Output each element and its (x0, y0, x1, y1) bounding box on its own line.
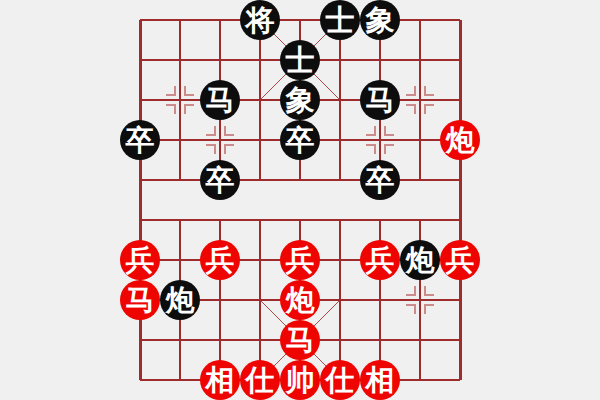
piece-black-cannon[interactable]: 炮 (160, 280, 200, 320)
piece-black-soldier[interactable]: 卒 (120, 120, 160, 160)
piece-black-soldier[interactable]: 卒 (360, 160, 400, 200)
piece-red-soldier[interactable]: 兵 (200, 240, 240, 280)
board-intersections[interactable]: 将士象士马象马卒卒炮卒卒兵兵兵兵炮兵马炮炮马相仕帅仕相 (120, 0, 480, 400)
piece-black-horse[interactable]: 马 (360, 80, 400, 120)
piece-red-elephant[interactable]: 相 (360, 360, 400, 400)
piece-black-elephant[interactable]: 象 (280, 80, 320, 120)
piece-red-soldier[interactable]: 兵 (280, 240, 320, 280)
xiangqi-board-screen: 将士象士马象马卒卒炮卒卒兵兵兵兵炮兵马炮炮马相仕帅仕相 (0, 0, 600, 400)
piece-red-advisor[interactable]: 仕 (320, 360, 360, 400)
piece-black-soldier[interactable]: 卒 (200, 160, 240, 200)
piece-black-advisor[interactable]: 士 (280, 40, 320, 80)
piece-red-horse[interactable]: 马 (280, 320, 320, 360)
piece-red-soldier[interactable]: 兵 (360, 240, 400, 280)
piece-black-soldier[interactable]: 卒 (280, 120, 320, 160)
piece-black-general[interactable]: 将 (240, 0, 280, 40)
piece-black-advisor[interactable]: 士 (320, 0, 360, 40)
piece-red-horse[interactable]: 马 (120, 280, 160, 320)
piece-red-cannon[interactable]: 炮 (280, 280, 320, 320)
piece-black-horse[interactable]: 马 (200, 80, 240, 120)
piece-red-soldier[interactable]: 兵 (120, 240, 160, 280)
piece-red-general[interactable]: 帅 (280, 360, 320, 400)
piece-red-cannon[interactable]: 炮 (440, 120, 480, 160)
piece-red-soldier[interactable]: 兵 (440, 240, 480, 280)
piece-red-elephant[interactable]: 相 (200, 360, 240, 400)
piece-black-cannon[interactable]: 炮 (400, 240, 440, 280)
piece-black-elephant[interactable]: 象 (360, 0, 400, 40)
piece-red-advisor[interactable]: 仕 (240, 360, 280, 400)
